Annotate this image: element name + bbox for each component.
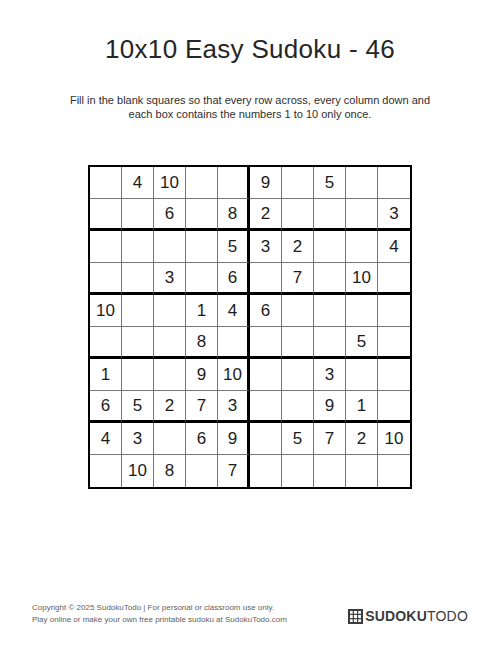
cell-r3c5: 5	[218, 231, 250, 263]
cell-r10c7[interactable]	[282, 455, 314, 487]
cell-r9c7: 5	[282, 423, 314, 455]
cell-r3c9[interactable]	[346, 231, 378, 263]
cell-r6c7[interactable]	[282, 327, 314, 359]
grid-icon	[348, 609, 363, 624]
cell-r5c2[interactable]	[122, 295, 154, 327]
cell-r2c5: 8	[218, 199, 250, 231]
instructions: Fill in the blank squares so that every …	[0, 93, 500, 121]
cell-r7c10[interactable]	[378, 359, 410, 391]
logo-text-sudoku: SUDOKU	[365, 608, 427, 624]
cell-r5c4: 1	[186, 295, 218, 327]
sudoku-page: 10x10 Easy Sudoku - 46 Fill in the blank…	[0, 0, 500, 647]
cell-r3c6: 3	[250, 231, 282, 263]
cell-r5c9[interactable]	[346, 295, 378, 327]
footer-copyright: Copyright © 2025 SudokuTodo | For person…	[32, 602, 287, 626]
cell-r8c3: 2	[154, 391, 186, 423]
cell-r4c5: 6	[218, 263, 250, 295]
cell-r10c6[interactable]	[250, 455, 282, 487]
cell-r5c6: 6	[250, 295, 282, 327]
cell-r6c9: 5	[346, 327, 378, 359]
cell-r2c3: 6	[154, 199, 186, 231]
cell-r10c10[interactable]	[378, 455, 410, 487]
cell-r4c9: 10	[346, 263, 378, 295]
copyright-line2: Play online or make your own free printa…	[32, 614, 287, 626]
cell-r3c4[interactable]	[186, 231, 218, 263]
cell-r6c6[interactable]	[250, 327, 282, 359]
cell-r1c4[interactable]	[186, 167, 218, 199]
cell-r1c1[interactable]	[90, 167, 122, 199]
cell-r9c6[interactable]	[250, 423, 282, 455]
cell-r3c7: 2	[282, 231, 314, 263]
cell-r4c6[interactable]	[250, 263, 282, 295]
cell-r5c10[interactable]	[378, 295, 410, 327]
cell-r7c1: 1	[90, 359, 122, 391]
cell-r2c6: 2	[250, 199, 282, 231]
instructions-line1: Fill in the blank squares so that every …	[70, 94, 430, 106]
cell-r1c7[interactable]	[282, 167, 314, 199]
sudokutodo-logo: SUDOKUTODO	[348, 608, 468, 624]
cell-r7c2[interactable]	[122, 359, 154, 391]
cell-r1c2: 4	[122, 167, 154, 199]
cell-r7c5: 10	[218, 359, 250, 391]
cell-r8c6[interactable]	[250, 391, 282, 423]
copyright-line1: Copyright © 2025 SudokuTodo | For person…	[32, 602, 287, 614]
cell-r2c8[interactable]	[314, 199, 346, 231]
cell-r9c3[interactable]	[154, 423, 186, 455]
cell-r9c5: 9	[218, 423, 250, 455]
cell-r7c6[interactable]	[250, 359, 282, 391]
cell-r4c8[interactable]	[314, 263, 346, 295]
cell-r4c10[interactable]	[378, 263, 410, 295]
cell-r10c3: 8	[154, 455, 186, 487]
instructions-line2: each box contains the numbers 1 to 10 on…	[129, 108, 372, 120]
cell-r1c9[interactable]	[346, 167, 378, 199]
cell-r7c4: 9	[186, 359, 218, 391]
cell-r1c10[interactable]	[378, 167, 410, 199]
cell-r4c3: 3	[154, 263, 186, 295]
cell-r2c10: 3	[378, 199, 410, 231]
cell-r8c1: 6	[90, 391, 122, 423]
cell-r1c6: 9	[250, 167, 282, 199]
cell-r8c10[interactable]	[378, 391, 410, 423]
cell-r7c8: 3	[314, 359, 346, 391]
cell-r10c9[interactable]	[346, 455, 378, 487]
cell-r7c7[interactable]	[282, 359, 314, 391]
cell-r9c2: 3	[122, 423, 154, 455]
cell-r10c2: 10	[122, 455, 154, 487]
cell-r7c9[interactable]	[346, 359, 378, 391]
cell-r8c9: 1	[346, 391, 378, 423]
cell-r8c7[interactable]	[282, 391, 314, 423]
cell-r6c8[interactable]	[314, 327, 346, 359]
cell-r1c5[interactable]	[218, 167, 250, 199]
cell-r5c3[interactable]	[154, 295, 186, 327]
cell-r2c2[interactable]	[122, 199, 154, 231]
cell-r1c3: 10	[154, 167, 186, 199]
cell-r3c3[interactable]	[154, 231, 186, 263]
cell-r2c4[interactable]	[186, 199, 218, 231]
cell-r1c8: 5	[314, 167, 346, 199]
cell-r5c7[interactable]	[282, 295, 314, 327]
sudoku-grid: 4109568235324367101014685191036527391436…	[88, 165, 412, 489]
cell-r9c4: 6	[186, 423, 218, 455]
cell-r8c2: 5	[122, 391, 154, 423]
cell-r9c8: 7	[314, 423, 346, 455]
cell-r4c1[interactable]	[90, 263, 122, 295]
cell-r8c8: 9	[314, 391, 346, 423]
cell-r9c10: 10	[378, 423, 410, 455]
cell-r3c2[interactable]	[122, 231, 154, 263]
cell-r10c8[interactable]	[314, 455, 346, 487]
cell-r3c10: 4	[378, 231, 410, 263]
cell-r8c5: 3	[218, 391, 250, 423]
cell-r5c5: 4	[218, 295, 250, 327]
cell-r6c3[interactable]	[154, 327, 186, 359]
cell-r4c7: 7	[282, 263, 314, 295]
cell-r5c1: 10	[90, 295, 122, 327]
logo-text-todo: TODO	[427, 608, 468, 624]
cell-r9c1: 4	[90, 423, 122, 455]
cell-r7c3[interactable]	[154, 359, 186, 391]
cell-r6c5[interactable]	[218, 327, 250, 359]
cell-r6c4: 8	[186, 327, 218, 359]
cell-r2c9[interactable]	[346, 199, 378, 231]
cell-r6c2[interactable]	[122, 327, 154, 359]
cell-r6c10[interactable]	[378, 327, 410, 359]
cell-r4c2[interactable]	[122, 263, 154, 295]
cell-r10c5: 7	[218, 455, 250, 487]
cell-r3c1[interactable]	[90, 231, 122, 263]
cell-r6c1[interactable]	[90, 327, 122, 359]
cell-r4c4[interactable]	[186, 263, 218, 295]
cell-r8c4: 7	[186, 391, 218, 423]
cell-r10c1[interactable]	[90, 455, 122, 487]
cell-r2c7[interactable]	[282, 199, 314, 231]
cell-r10c4[interactable]	[186, 455, 218, 487]
page-title: 10x10 Easy Sudoku - 46	[0, 34, 500, 65]
cell-r5c8[interactable]	[314, 295, 346, 327]
cell-r2c1[interactable]	[90, 199, 122, 231]
cell-r3c8[interactable]	[314, 231, 346, 263]
cell-r9c9: 2	[346, 423, 378, 455]
